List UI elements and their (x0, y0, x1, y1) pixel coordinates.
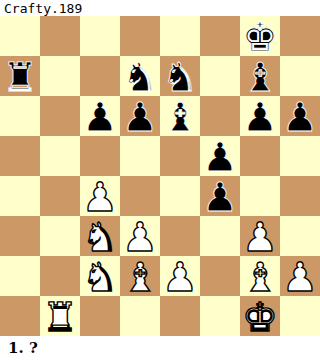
square-b3[interactable] (40, 216, 80, 256)
square-h5[interactable] (280, 136, 320, 176)
square-b1[interactable]: ♜ (40, 296, 80, 336)
square-f2[interactable] (200, 256, 240, 296)
square-g7[interactable]: ♝ (240, 56, 280, 96)
square-e5[interactable] (160, 136, 200, 176)
piece-black-bishop[interactable]: ♝ (162, 97, 198, 137)
move-prompt: 1. ? (8, 337, 38, 359)
square-e1[interactable] (160, 296, 200, 336)
square-f6[interactable] (200, 96, 240, 136)
square-f1[interactable] (200, 296, 240, 336)
piece-white-pawn[interactable]: ♟ (282, 257, 318, 297)
square-d3[interactable]: ♟ (120, 216, 160, 256)
piece-black-pawn[interactable]: ♟ (82, 97, 118, 137)
square-d7[interactable]: ♞ (120, 56, 160, 96)
square-g1[interactable]: ♚ (240, 296, 280, 336)
piece-black-pawn[interactable]: ♟ (202, 177, 238, 217)
square-c7[interactable] (80, 56, 120, 96)
square-g3[interactable]: ♟ (240, 216, 280, 256)
square-b4[interactable] (40, 176, 80, 216)
square-g5[interactable] (240, 136, 280, 176)
square-g6[interactable]: ♟ (240, 96, 280, 136)
piece-white-king[interactable]: ♚ (242, 297, 278, 337)
square-a1[interactable] (0, 296, 40, 336)
square-a7[interactable]: ♜ (0, 56, 40, 96)
piece-white-pawn[interactable]: ♟ (82, 177, 118, 217)
piece-white-rook[interactable]: ♜ (42, 297, 78, 337)
square-b5[interactable] (40, 136, 80, 176)
square-g2[interactable]: ♝ (240, 256, 280, 296)
square-f5[interactable]: ♟ (200, 136, 240, 176)
piece-black-pawn[interactable]: ♟ (242, 97, 278, 137)
chess-diagram-window: Crafty.189 ♚♜♞♞♝♟♟♝♟♟♟♟♟♞♟♟♞♝♟♝♟♜♚ 1. ? (0, 0, 320, 360)
piece-black-king[interactable]: ♚ (242, 17, 278, 57)
square-a8[interactable] (0, 16, 40, 56)
square-h6[interactable]: ♟ (280, 96, 320, 136)
square-e7[interactable]: ♞ (160, 56, 200, 96)
square-d6[interactable]: ♟ (120, 96, 160, 136)
square-f4[interactable]: ♟ (200, 176, 240, 216)
square-h1[interactable] (280, 296, 320, 336)
square-e2[interactable]: ♟ (160, 256, 200, 296)
piece-white-pawn[interactable]: ♟ (162, 257, 198, 297)
piece-black-rook[interactable]: ♜ (2, 57, 38, 97)
square-c5[interactable] (80, 136, 120, 176)
square-c4[interactable]: ♟ (80, 176, 120, 216)
square-a4[interactable] (0, 176, 40, 216)
square-a5[interactable] (0, 136, 40, 176)
square-b8[interactable] (40, 16, 80, 56)
square-a6[interactable] (0, 96, 40, 136)
piece-black-bishop[interactable]: ♝ (242, 57, 278, 97)
piece-white-knight[interactable]: ♞ (82, 257, 118, 297)
square-a2[interactable] (0, 256, 40, 296)
piece-white-pawn[interactable]: ♟ (242, 217, 278, 257)
square-h4[interactable] (280, 176, 320, 216)
square-d1[interactable] (120, 296, 160, 336)
square-h3[interactable] (280, 216, 320, 256)
piece-black-pawn[interactable]: ♟ (122, 97, 158, 137)
square-c8[interactable] (80, 16, 120, 56)
square-f8[interactable] (200, 16, 240, 56)
square-h7[interactable] (280, 56, 320, 96)
square-a3[interactable] (0, 216, 40, 256)
square-c2[interactable]: ♞ (80, 256, 120, 296)
piece-black-pawn[interactable]: ♟ (202, 137, 238, 177)
piece-white-bishop[interactable]: ♝ (242, 257, 278, 297)
square-e8[interactable] (160, 16, 200, 56)
piece-white-knight[interactable]: ♞ (82, 217, 118, 257)
square-h8[interactable] (280, 16, 320, 56)
window-title: Crafty.189 (4, 1, 82, 16)
piece-black-knight[interactable]: ♞ (162, 57, 198, 97)
square-c6[interactable]: ♟ (80, 96, 120, 136)
square-d5[interactable] (120, 136, 160, 176)
square-b7[interactable] (40, 56, 80, 96)
piece-black-knight[interactable]: ♞ (122, 57, 158, 97)
square-g8[interactable]: ♚ (240, 16, 280, 56)
square-g4[interactable] (240, 176, 280, 216)
square-h2[interactable]: ♟ (280, 256, 320, 296)
square-d4[interactable] (120, 176, 160, 216)
piece-white-bishop[interactable]: ♝ (122, 257, 158, 297)
square-f3[interactable] (200, 216, 240, 256)
square-c3[interactable]: ♞ (80, 216, 120, 256)
square-f7[interactable] (200, 56, 240, 96)
square-b2[interactable] (40, 256, 80, 296)
square-d2[interactable]: ♝ (120, 256, 160, 296)
square-e3[interactable] (160, 216, 200, 256)
piece-black-pawn[interactable]: ♟ (282, 97, 318, 137)
square-b6[interactable] (40, 96, 80, 136)
chess-board[interactable]: ♚♜♞♞♝♟♟♝♟♟♟♟♟♞♟♟♞♝♟♝♟♜♚ (0, 16, 320, 336)
square-c1[interactable] (80, 296, 120, 336)
square-e4[interactable] (160, 176, 200, 216)
square-d8[interactable] (120, 16, 160, 56)
piece-white-pawn[interactable]: ♟ (122, 217, 158, 257)
square-e6[interactable]: ♝ (160, 96, 200, 136)
